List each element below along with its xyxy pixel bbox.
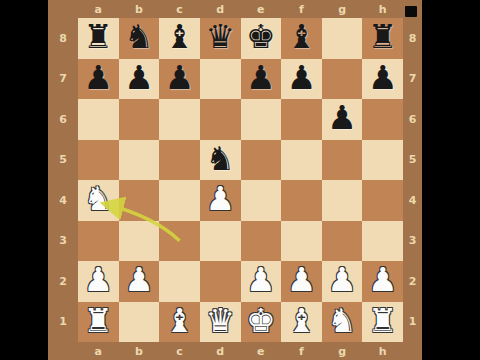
file-label-e: e (241, 0, 282, 18)
rank-labels-right: 87654321 (403, 18, 422, 342)
piece-black-pawn-e7: ♟ (246, 58, 276, 98)
square-b4 (119, 180, 160, 221)
square-f4 (281, 180, 322, 221)
square-a7: ♟ (78, 59, 119, 100)
rank-label-3: 3 (403, 221, 422, 262)
rank-label-4: 4 (403, 180, 422, 221)
square-e4 (241, 180, 282, 221)
piece-white-bishop-f1: ♝ (287, 301, 317, 341)
square-g4 (322, 180, 363, 221)
piece-white-pawn-d4: ♟ (205, 179, 235, 219)
file-label-g: g (322, 0, 363, 18)
file-label-d: d (200, 342, 241, 360)
piece-black-pawn-a7: ♟ (84, 58, 114, 98)
square-b1 (119, 302, 160, 343)
file-label-a: a (78, 342, 119, 360)
square-c2 (159, 261, 200, 302)
rank-label-2: 2 (403, 261, 422, 302)
square-h1: ♜ (362, 302, 403, 343)
piece-black-knight-d5: ♞ (205, 139, 235, 179)
piece-black-pawn-g6: ♟ (327, 98, 357, 138)
square-c7: ♟ (159, 59, 200, 100)
square-e6 (241, 99, 282, 140)
square-a5 (78, 140, 119, 181)
file-label-b: b (119, 0, 160, 18)
piece-white-pawn-a2: ♟ (84, 260, 114, 300)
square-h8: ♜ (362, 18, 403, 59)
rank-label-5: 5 (48, 140, 78, 181)
square-g1: ♞ (322, 302, 363, 343)
square-e1: ♚ (241, 302, 282, 343)
piece-white-rook-h1: ♜ (368, 301, 398, 341)
file-labels-top: abcdefgh (78, 0, 403, 18)
piece-white-king-e1: ♚ (246, 301, 276, 341)
piece-white-pawn-g2: ♟ (327, 260, 357, 300)
file-label-h: h (362, 0, 403, 18)
piece-white-pawn-f2: ♟ (287, 260, 317, 300)
rank-label-8: 8 (403, 18, 422, 59)
square-c4 (159, 180, 200, 221)
square-f7: ♟ (281, 59, 322, 100)
square-d6 (200, 99, 241, 140)
rank-label-1: 1 (403, 302, 422, 343)
square-e5 (241, 140, 282, 181)
piece-white-knight-a4: ♞ (84, 179, 114, 219)
piece-black-pawn-h7: ♟ (368, 58, 398, 98)
square-e3 (241, 221, 282, 262)
piece-white-knight-g1: ♞ (327, 301, 357, 341)
file-label-a: a (78, 0, 119, 18)
piece-white-queen-d1: ♛ (205, 301, 235, 341)
rank-label-6: 6 (48, 99, 78, 140)
square-h7: ♟ (362, 59, 403, 100)
rank-label-6: 6 (403, 99, 422, 140)
rank-label-7: 7 (403, 59, 422, 100)
square-e2: ♟ (241, 261, 282, 302)
rank-label-4: 4 (48, 180, 78, 221)
square-d7 (200, 59, 241, 100)
square-d8: ♛ (200, 18, 241, 59)
file-label-c: c (159, 0, 200, 18)
square-g5 (322, 140, 363, 181)
square-h6 (362, 99, 403, 140)
rank-labels-left: 87654321 (48, 18, 78, 342)
square-c3 (159, 221, 200, 262)
video-frame[interactable]: abcdefgh abcdefgh 87654321 87654321 ♜♞♝♛… (48, 0, 422, 360)
top-right-marker-icon (405, 6, 417, 17)
square-b2: ♟ (119, 261, 160, 302)
square-a1: ♜ (78, 302, 119, 343)
piece-black-knight-b8: ♞ (124, 17, 154, 57)
letterbox-left (0, 0, 48, 360)
file-label-f: f (281, 342, 322, 360)
file-label-h: h (362, 342, 403, 360)
square-g8 (322, 18, 363, 59)
file-labels-bottom: abcdefgh (78, 342, 403, 360)
rank-label-1: 1 (48, 302, 78, 343)
square-c6 (159, 99, 200, 140)
piece-white-pawn-h2: ♟ (368, 260, 398, 300)
file-label-d: d (200, 0, 241, 18)
square-b8: ♞ (119, 18, 160, 59)
square-b6 (119, 99, 160, 140)
piece-black-bishop-c8: ♝ (165, 17, 195, 57)
square-d5: ♞ (200, 140, 241, 181)
piece-white-pawn-b2: ♟ (124, 260, 154, 300)
square-a6 (78, 99, 119, 140)
piece-black-pawn-c7: ♟ (165, 58, 195, 98)
rank-label-3: 3 (48, 221, 78, 262)
file-label-f: f (281, 0, 322, 18)
piece-white-pawn-e2: ♟ (246, 260, 276, 300)
piece-white-bishop-c1: ♝ (165, 301, 195, 341)
square-d4: ♟ (200, 180, 241, 221)
square-b5 (119, 140, 160, 181)
piece-black-rook-h8: ♜ (368, 17, 398, 57)
square-h5 (362, 140, 403, 181)
square-h3 (362, 221, 403, 262)
square-c8: ♝ (159, 18, 200, 59)
rank-label-7: 7 (48, 59, 78, 100)
square-d2 (200, 261, 241, 302)
square-h2: ♟ (362, 261, 403, 302)
square-e7: ♟ (241, 59, 282, 100)
square-f1: ♝ (281, 302, 322, 343)
file-label-e: e (241, 342, 282, 360)
piece-black-rook-a8: ♜ (84, 17, 114, 57)
piece-black-king-e8: ♚ (246, 17, 276, 57)
chess-board: ♜♞♝♛♚♝♜♟♟♟♟♟♟♟♞♞♟♟♟♟♟♟♟♜♝♛♚♝♞♜ (78, 18, 403, 342)
square-b7: ♟ (119, 59, 160, 100)
square-f5 (281, 140, 322, 181)
letterbox-right (422, 0, 480, 360)
square-a2: ♟ (78, 261, 119, 302)
square-g3 (322, 221, 363, 262)
square-f8: ♝ (281, 18, 322, 59)
rank-label-8: 8 (48, 18, 78, 59)
square-a4: ♞ (78, 180, 119, 221)
piece-black-queen-d8: ♛ (205, 17, 235, 57)
square-h4 (362, 180, 403, 221)
piece-black-pawn-b7: ♟ (124, 58, 154, 98)
file-label-g: g (322, 342, 363, 360)
square-g7 (322, 59, 363, 100)
square-f3 (281, 221, 322, 262)
square-a3 (78, 221, 119, 262)
square-f2: ♟ (281, 261, 322, 302)
square-c1: ♝ (159, 302, 200, 343)
square-g2: ♟ (322, 261, 363, 302)
file-label-c: c (159, 342, 200, 360)
square-b3 (119, 221, 160, 262)
square-f6 (281, 99, 322, 140)
square-a8: ♜ (78, 18, 119, 59)
rank-label-2: 2 (48, 261, 78, 302)
square-d3 (200, 221, 241, 262)
piece-white-rook-a1: ♜ (84, 301, 114, 341)
square-g6: ♟ (322, 99, 363, 140)
piece-black-bishop-f8: ♝ (287, 17, 317, 57)
square-d1: ♛ (200, 302, 241, 343)
piece-black-pawn-f7: ♟ (287, 58, 317, 98)
file-label-b: b (119, 342, 160, 360)
rank-label-5: 5 (403, 140, 422, 181)
square-c5 (159, 140, 200, 181)
square-e8: ♚ (241, 18, 282, 59)
